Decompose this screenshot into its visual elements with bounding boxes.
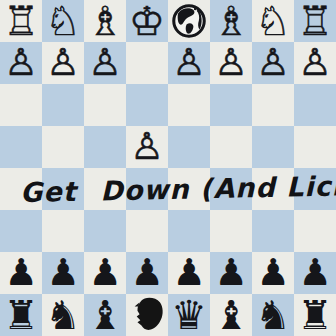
square-d5[interactable]	[168, 168, 210, 210]
white-pawn: ♙	[130, 126, 163, 168]
square-f5[interactable]	[84, 168, 126, 210]
square-b6[interactable]	[252, 210, 294, 252]
square-b7[interactable]: ♟	[252, 252, 294, 294]
black-knight: ♞	[255, 294, 291, 336]
square-b1[interactable]: ♘	[252, 0, 294, 42]
square-a4[interactable]	[294, 126, 336, 168]
white-pawn: ♙	[298, 42, 331, 84]
square-c7[interactable]: ♟	[210, 252, 252, 294]
white-pawn: ♙	[46, 42, 79, 84]
square-g3[interactable]	[42, 84, 84, 126]
square-f8[interactable]: ♝	[84, 294, 126, 336]
square-d3[interactable]	[168, 84, 210, 126]
square-c3[interactable]	[210, 84, 252, 126]
black-pawn: ♟	[4, 252, 37, 294]
white-rook: ♖	[297, 0, 333, 42]
square-e3[interactable]	[126, 84, 168, 126]
square-h7[interactable]: ♟	[0, 252, 42, 294]
square-g2[interactable]: ♙	[42, 42, 84, 84]
square-a7[interactable]: ♟	[294, 252, 336, 294]
square-g4[interactable]	[42, 126, 84, 168]
white-knight: ♘	[255, 0, 291, 42]
square-e2[interactable]	[126, 42, 168, 84]
square-g1[interactable]: ♘	[42, 0, 84, 42]
black-pawn: ♟	[298, 252, 331, 294]
square-b4[interactable]	[252, 126, 294, 168]
square-e1[interactable]: ♔	[126, 0, 168, 42]
white-pawn: ♙	[214, 42, 247, 84]
square-a6[interactable]	[294, 210, 336, 252]
square-g6[interactable]	[42, 210, 84, 252]
white-bishop: ♗	[213, 0, 249, 42]
square-e4[interactable]: ♙	[126, 126, 168, 168]
square-a2[interactable]: ♙	[294, 42, 336, 84]
black-rook: ♜	[3, 294, 39, 336]
square-d4[interactable]	[168, 126, 210, 168]
square-c5[interactable]	[210, 168, 252, 210]
black-queen: ♛	[171, 294, 207, 336]
square-a3[interactable]	[294, 84, 336, 126]
black-bishop: ♝	[213, 294, 249, 336]
white-king: ♔	[129, 0, 165, 42]
head-silhouette-icon	[127, 295, 167, 335]
square-d2[interactable]: ♙	[168, 42, 210, 84]
square-g8[interactable]: ♞	[42, 294, 84, 336]
white-bishop: ♗	[87, 0, 123, 42]
square-f7[interactable]: ♟	[84, 252, 126, 294]
white-pawn: ♙	[88, 42, 121, 84]
black-pawn: ♟	[214, 252, 247, 294]
square-e8[interactable]	[126, 294, 168, 336]
white-pawn: ♙	[256, 42, 289, 84]
square-c6[interactable]	[210, 210, 252, 252]
square-c8[interactable]: ♝	[210, 294, 252, 336]
square-h4[interactable]	[0, 126, 42, 168]
black-pawn: ♟	[256, 252, 289, 294]
square-f3[interactable]	[84, 84, 126, 126]
square-f1[interactable]: ♗	[84, 0, 126, 42]
square-g7[interactable]: ♟	[42, 252, 84, 294]
chess-board: ♖♘♗♔♗♘♖♙♙♙♙♙♙♙♙♟♟♟♟♟♟♟♟♜♞♝♛♝♞♜	[0, 0, 336, 336]
square-f2[interactable]: ♙	[84, 42, 126, 84]
album-cover: ♖♘♗♔♗♘♖♙♙♙♙♙♙♙♙♟♟♟♟♟♟♟♟♜♞♝♛♝♞♜ Get Down …	[0, 0, 336, 336]
square-h3[interactable]	[0, 84, 42, 126]
square-g5[interactable]	[42, 168, 84, 210]
square-b3[interactable]	[252, 84, 294, 126]
white-pawn: ♙	[4, 42, 37, 84]
square-e5[interactable]	[126, 168, 168, 210]
square-b8[interactable]: ♞	[252, 294, 294, 336]
white-knight: ♘	[45, 0, 81, 42]
square-d1[interactable]	[168, 0, 210, 42]
earth-globe-icon	[169, 1, 209, 41]
black-pawn: ♟	[172, 252, 205, 294]
square-c2[interactable]: ♙	[210, 42, 252, 84]
square-b5[interactable]	[252, 168, 294, 210]
black-bishop: ♝	[87, 294, 123, 336]
square-c1[interactable]: ♗	[210, 0, 252, 42]
square-b2[interactable]: ♙	[252, 42, 294, 84]
black-knight: ♞	[45, 294, 81, 336]
square-c4[interactable]	[210, 126, 252, 168]
square-h8[interactable]: ♜	[0, 294, 42, 336]
square-d6[interactable]	[168, 210, 210, 252]
square-h1[interactable]: ♖	[0, 0, 42, 42]
black-pawn: ♟	[130, 252, 163, 294]
square-d7[interactable]: ♟	[168, 252, 210, 294]
black-pawn: ♟	[88, 252, 121, 294]
square-d8[interactable]: ♛	[168, 294, 210, 336]
square-h5[interactable]	[0, 168, 42, 210]
square-f4[interactable]	[84, 126, 126, 168]
black-rook: ♜	[297, 294, 333, 336]
square-h2[interactable]: ♙	[0, 42, 42, 84]
square-a8[interactable]: ♜	[294, 294, 336, 336]
black-pawn: ♟	[46, 252, 79, 294]
white-pawn: ♙	[172, 42, 205, 84]
square-a5[interactable]	[294, 168, 336, 210]
square-a1[interactable]: ♖	[294, 0, 336, 42]
square-e6[interactable]	[126, 210, 168, 252]
square-f6[interactable]	[84, 210, 126, 252]
square-h6[interactable]	[0, 210, 42, 252]
white-rook: ♖	[3, 0, 39, 42]
square-e7[interactable]: ♟	[126, 252, 168, 294]
